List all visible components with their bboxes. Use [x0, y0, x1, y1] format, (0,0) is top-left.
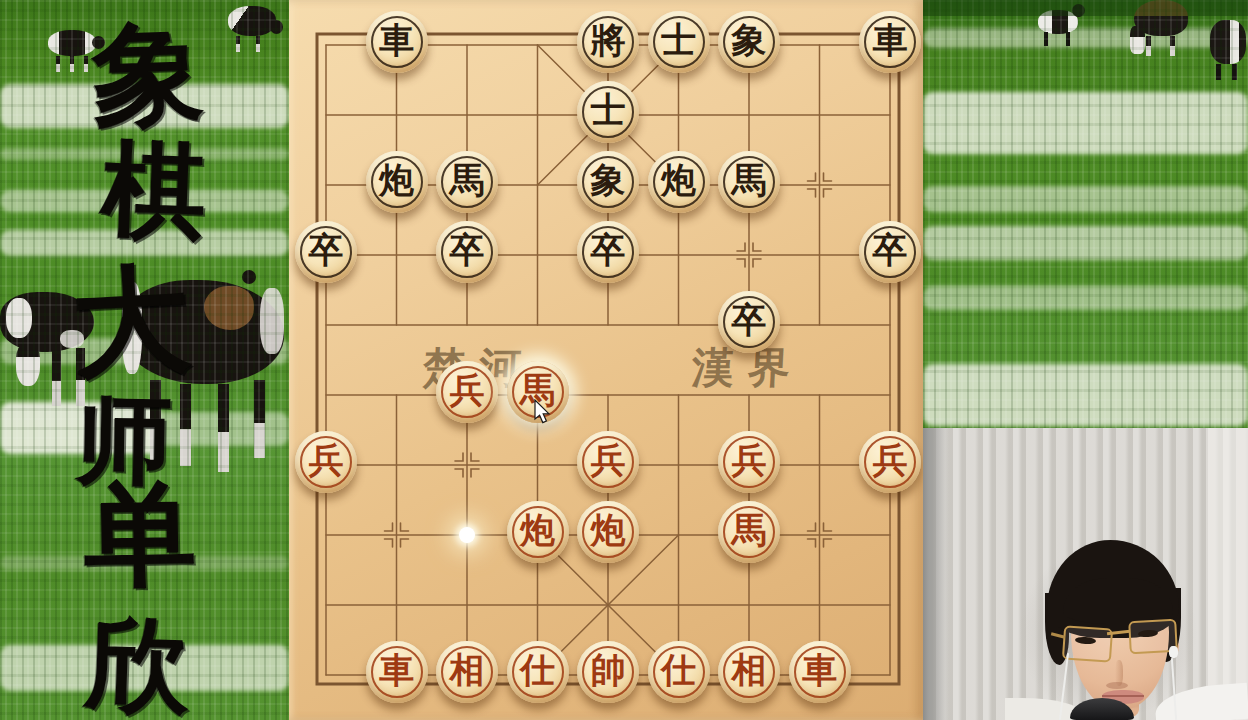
piece-glyph: 兵 — [732, 437, 767, 484]
snow-band — [923, 286, 1248, 310]
curtain-highlight-right — [1208, 428, 1248, 720]
piece-glyph: 兵 — [309, 437, 344, 484]
piece-glyph: 士 — [661, 17, 696, 64]
title-char: 单 — [83, 477, 197, 591]
piece-glyph: 卒 — [873, 227, 908, 274]
piece-glyph: 兵 — [591, 437, 626, 484]
piece-red-soldier[interactable]: 兵 — [295, 431, 357, 493]
piece-black-chariot[interactable]: 車 — [859, 11, 921, 73]
piece-red-cannon[interactable]: 炮 — [507, 501, 569, 563]
pasture-background-right — [923, 0, 1248, 428]
piece-glyph: 馬 — [732, 507, 767, 554]
piece-red-advisor[interactable]: 仕 — [648, 641, 710, 703]
piece-black-elephant[interactable]: 象 — [718, 11, 780, 73]
piece-glyph: 卒 — [591, 227, 626, 274]
piece-glyph: 卒 — [732, 297, 767, 344]
snow-band — [923, 226, 1248, 260]
piece-glyph: 炮 — [661, 157, 696, 204]
title-char: 棋 — [100, 136, 208, 244]
cow — [1210, 20, 1248, 84]
piece-glyph: 車 — [379, 647, 414, 694]
piece-glyph: 馬 — [732, 157, 767, 204]
piece-glyph: 仕 — [661, 647, 696, 694]
piece-black-soldier[interactable]: 卒 — [859, 221, 921, 283]
piece-glyph: 馬 — [450, 157, 485, 204]
piece-red-elephant[interactable]: 相 — [436, 641, 498, 703]
piece-red-general[interactable]: 帥 — [577, 641, 639, 703]
piece-glyph: 相 — [732, 647, 767, 694]
streamer-webcam — [923, 428, 1248, 720]
cow — [226, 6, 286, 58]
nose-shadow — [1106, 682, 1128, 689]
piece-black-horse[interactable]: 馬 — [436, 151, 498, 213]
piece-black-advisor[interactable]: 士 — [577, 81, 639, 143]
piece-glyph: 象 — [732, 17, 767, 64]
piece-red-chariot[interactable]: 車 — [789, 641, 851, 703]
piece-black-horse[interactable]: 馬 — [718, 151, 780, 213]
piece-glyph: 相 — [450, 647, 485, 694]
piece-glyph: 兵 — [450, 367, 485, 414]
piece-glyph: 炮 — [379, 157, 414, 204]
snow-band — [923, 92, 1248, 154]
piece-glyph: 將 — [591, 17, 626, 64]
piece-red-advisor[interactable]: 仕 — [507, 641, 569, 703]
piece-black-cannon[interactable]: 炮 — [648, 151, 710, 213]
piece-glyph: 仕 — [520, 647, 555, 694]
earbud — [1169, 646, 1178, 658]
hair-bangs — [1063, 578, 1173, 624]
treeline-shadow — [923, 0, 1248, 16]
piece-black-cannon[interactable]: 炮 — [366, 151, 428, 213]
piece-black-elephant[interactable]: 象 — [577, 151, 639, 213]
piece-glyph: 士 — [591, 87, 626, 134]
piece-glyph: 卒 — [450, 227, 485, 274]
piece-black-advisor[interactable]: 士 — [648, 11, 710, 73]
piece-glyph: 車 — [379, 17, 414, 64]
piece-red-cannon[interactable]: 炮 — [577, 501, 639, 563]
title-char: 大 — [69, 259, 193, 383]
piece-red-soldier[interactable]: 兵 — [859, 431, 921, 493]
piece-black-soldier[interactable]: 卒 — [718, 291, 780, 353]
piece-black-general[interactable]: 將 — [577, 11, 639, 73]
piece-glyph: 炮 — [591, 507, 626, 554]
piece-black-soldier[interactable]: 卒 — [436, 221, 498, 283]
mouse-cursor — [534, 399, 554, 426]
curtain-shadow-left — [923, 428, 949, 720]
stream-frame: 象 棋 大 师 单 欣 楚河 漢界 車將士象車士炮馬象炮馬卒卒卒卒卒兵馬兵兵兵兵… — [0, 0, 1248, 720]
lip-line — [1102, 695, 1144, 697]
piece-glyph: 象 — [591, 157, 626, 204]
piece-glyph: 兵 — [873, 437, 908, 484]
xiangqi-board[interactable]: 楚河 漢界 車將士象車士炮馬象炮馬卒卒卒卒卒兵馬兵兵兵兵炮炮馬車相仕帥仕相車 — [289, 0, 923, 720]
piece-glyph: 帥 — [591, 647, 626, 694]
piece-glyph: 車 — [873, 17, 908, 64]
piece-glyph: 卒 — [309, 227, 344, 274]
snow-band — [923, 364, 1248, 426]
piece-red-horse[interactable]: 馬 — [718, 501, 780, 563]
piece-red-soldier[interactable]: 兵 — [577, 431, 639, 493]
title-char: 象 — [90, 16, 206, 132]
piece-black-soldier[interactable]: 卒 — [577, 221, 639, 283]
snow-band — [923, 186, 1248, 212]
piece-glyph: 炮 — [520, 507, 555, 554]
title-char: 欣 — [84, 610, 192, 718]
piece-black-chariot[interactable]: 車 — [366, 11, 428, 73]
piece-red-elephant[interactable]: 相 — [718, 641, 780, 703]
piece-red-chariot[interactable]: 車 — [366, 641, 428, 703]
last-move-origin-glow — [459, 527, 475, 543]
piece-red-soldier[interactable]: 兵 — [436, 361, 498, 423]
piece-red-soldier[interactable]: 兵 — [718, 431, 780, 493]
piece-glyph: 車 — [802, 647, 837, 694]
piece-black-soldier[interactable]: 卒 — [295, 221, 357, 283]
